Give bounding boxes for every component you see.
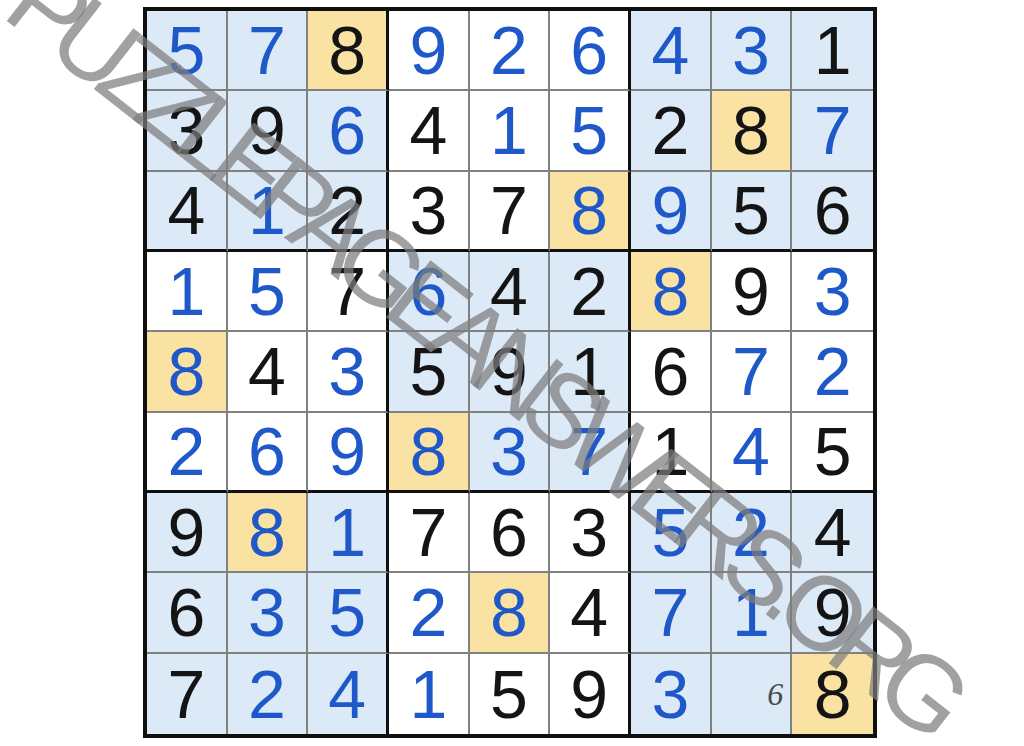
- digit: 1: [328, 498, 366, 566]
- digit: 1: [570, 337, 608, 405]
- digit: 7: [328, 257, 366, 325]
- pencil-mark: 6: [767, 678, 783, 710]
- cell-r5c6[interactable]: 1: [550, 332, 631, 412]
- digit: 8: [814, 660, 852, 728]
- digit: 9: [167, 498, 205, 566]
- cell-r5c9[interactable]: 2: [792, 332, 873, 412]
- digit: 8: [490, 578, 528, 646]
- cell-r4c9[interactable]: 3: [792, 252, 873, 332]
- digit: 6: [328, 96, 366, 164]
- cell-r2c1[interactable]: 3: [147, 91, 228, 171]
- cell-r7c2[interactable]: 8: [228, 493, 309, 573]
- digit: 2: [490, 16, 528, 84]
- cell-r8c9[interactable]: 9: [792, 573, 873, 653]
- cell-r3c1[interactable]: 4: [147, 172, 228, 252]
- cell-r8c1[interactable]: 6: [147, 573, 228, 653]
- cell-r4c8[interactable]: 9: [712, 252, 793, 332]
- cell-r5c7[interactable]: 6: [631, 332, 712, 412]
- cell-r6c6[interactable]: 7: [550, 413, 631, 493]
- digit: 9: [651, 176, 689, 244]
- page: 5789264313964152874123789561576428938435…: [0, 0, 1024, 746]
- digit: 3: [651, 660, 689, 728]
- cell-r6c9[interactable]: 5: [792, 413, 873, 493]
- digit: 9: [570, 660, 608, 728]
- cell-r2c3[interactable]: 6: [308, 91, 389, 171]
- digit: 1: [814, 16, 852, 84]
- digit: 6: [409, 257, 447, 325]
- digit: 3: [732, 16, 770, 84]
- cell-r4c5[interactable]: 4: [470, 252, 551, 332]
- cell-r3c8[interactable]: 5: [712, 172, 793, 252]
- digit: 9: [814, 578, 852, 646]
- cell-r7c9[interactable]: 4: [792, 493, 873, 573]
- cell-r5c5[interactable]: 9: [470, 332, 551, 412]
- cell-r4c7[interactable]: 8: [631, 252, 712, 332]
- digit: 7: [651, 578, 689, 646]
- cell-r2c8[interactable]: 8: [712, 91, 793, 171]
- cell-r7c4[interactable]: 7: [389, 493, 470, 573]
- cell-r2c5[interactable]: 1: [470, 91, 551, 171]
- digit: 7: [732, 337, 770, 405]
- cell-r8c8[interactable]: 1: [712, 573, 793, 653]
- cell-r3c4[interactable]: 3: [389, 172, 470, 252]
- cell-r6c5[interactable]: 3: [470, 413, 551, 493]
- digit: 8: [248, 498, 286, 566]
- digit: 2: [732, 498, 770, 566]
- digit: 5: [167, 16, 205, 84]
- cell-r9c6[interactable]: 9: [550, 654, 631, 734]
- digit: 6: [248, 417, 286, 485]
- cell-r7c5[interactable]: 6: [470, 493, 551, 573]
- digit: 3: [248, 578, 286, 646]
- digit: 9: [490, 337, 528, 405]
- digit: 5: [814, 417, 852, 485]
- cell-r4c4[interactable]: 6: [389, 252, 470, 332]
- digit: 3: [328, 337, 366, 405]
- digit: 2: [570, 257, 608, 325]
- digit: 1: [409, 660, 447, 728]
- digit: 7: [409, 498, 447, 566]
- digit: 8: [732, 96, 770, 164]
- cell-r8c3[interactable]: 5: [308, 573, 389, 653]
- cell-r1c9[interactable]: 1: [792, 11, 873, 91]
- digit: 5: [248, 257, 286, 325]
- cell-r1c4[interactable]: 9: [389, 11, 470, 91]
- digit: 2: [409, 578, 447, 646]
- cell-r1c2[interactable]: 7: [228, 11, 309, 91]
- cell-r5c4[interactable]: 5: [389, 332, 470, 412]
- digit: 4: [167, 176, 205, 244]
- digit: 5: [409, 337, 447, 405]
- cell-r5c2[interactable]: 4: [228, 332, 309, 412]
- cell-r4c2[interactable]: 5: [228, 252, 309, 332]
- digit: 3: [570, 498, 608, 566]
- cell-r8c2[interactable]: 3: [228, 573, 309, 653]
- digit: 6: [167, 578, 205, 646]
- digit: 2: [328, 176, 366, 244]
- digit: 6: [814, 176, 852, 244]
- digit: 1: [651, 417, 689, 485]
- cell-r7c8[interactable]: 2: [712, 493, 793, 573]
- cell-r8c6[interactable]: 4: [550, 573, 631, 653]
- cell-r9c1[interactable]: 7: [147, 654, 228, 734]
- cell-r6c1[interactable]: 2: [147, 413, 228, 493]
- digit: 6: [651, 337, 689, 405]
- digit: 4: [248, 337, 286, 405]
- cell-r6c8[interactable]: 4: [712, 413, 793, 493]
- digit: 1: [248, 176, 286, 244]
- digit: 4: [490, 257, 528, 325]
- digit: 9: [328, 417, 366, 485]
- cell-r9c9[interactable]: 8: [792, 654, 873, 734]
- digit: 1: [490, 96, 528, 164]
- cell-r3c7[interactable]: 9: [631, 172, 712, 252]
- digit: 8: [328, 16, 366, 84]
- cell-r6c3[interactable]: 9: [308, 413, 389, 493]
- cell-r5c1[interactable]: 8: [147, 332, 228, 412]
- cell-r9c4[interactable]: 1: [389, 654, 470, 734]
- cell-r1c1[interactable]: 5: [147, 11, 228, 91]
- digit: 2: [167, 417, 205, 485]
- cell-r9c7[interactable]: 3: [631, 654, 712, 734]
- digit: 1: [167, 257, 205, 325]
- digit: 4: [814, 498, 852, 566]
- digit: 3: [409, 176, 447, 244]
- digit: 8: [409, 417, 447, 485]
- digit: 6: [490, 498, 528, 566]
- cell-r9c3[interactable]: 4: [308, 654, 389, 734]
- digit: 5: [490, 660, 528, 728]
- digit: 4: [328, 660, 366, 728]
- digit: 7: [570, 417, 608, 485]
- cell-r8c7[interactable]: 7: [631, 573, 712, 653]
- cell-r6c2[interactable]: 6: [228, 413, 309, 493]
- digit: 8: [570, 176, 608, 244]
- cell-r3c6[interactable]: 8: [550, 172, 631, 252]
- digit: 7: [490, 176, 528, 244]
- digit: 7: [814, 96, 852, 164]
- digit: 5: [651, 498, 689, 566]
- digit: 4: [570, 578, 608, 646]
- digit: 7: [167, 660, 205, 728]
- digit: 9: [409, 16, 447, 84]
- cell-r4c1[interactable]: 1: [147, 252, 228, 332]
- sudoku-board: 5789264313964152874123789561576428938435…: [143, 7, 877, 738]
- cell-r9c5[interactable]: 5: [470, 654, 551, 734]
- cell-r1c8[interactable]: 3: [712, 11, 793, 91]
- digit: 4: [651, 16, 689, 84]
- cell-r2c6[interactable]: 5: [550, 91, 631, 171]
- digit: 3: [490, 417, 528, 485]
- digit: 4: [409, 96, 447, 164]
- digit: 9: [248, 96, 286, 164]
- cell-r3c2[interactable]: 1: [228, 172, 309, 252]
- cell-r3c3[interactable]: 2: [308, 172, 389, 252]
- cell-r7c7[interactable]: 5: [631, 493, 712, 573]
- cell-r7c6[interactable]: 3: [550, 493, 631, 573]
- cell-r7c1[interactable]: 9: [147, 493, 228, 573]
- cell-r2c4[interactable]: 4: [389, 91, 470, 171]
- cell-r2c7[interactable]: 2: [631, 91, 712, 171]
- digit: 8: [651, 257, 689, 325]
- cell-r6c7[interactable]: 1: [631, 413, 712, 493]
- cell-r3c9[interactable]: 6: [792, 172, 873, 252]
- cell-r9c8[interactable]: 6: [712, 654, 793, 734]
- digit: 2: [248, 660, 286, 728]
- digit: 1: [732, 578, 770, 646]
- digit: 3: [167, 96, 205, 164]
- cell-r8c4[interactable]: 2: [389, 573, 470, 653]
- digit: 9: [732, 257, 770, 325]
- digit: 5: [732, 176, 770, 244]
- cell-r1c5[interactable]: 2: [470, 11, 551, 91]
- cell-r4c6[interactable]: 2: [550, 252, 631, 332]
- cell-r3c5[interactable]: 7: [470, 172, 551, 252]
- cell-r4c3[interactable]: 7: [308, 252, 389, 332]
- digit: 8: [167, 337, 205, 405]
- digit: 6: [570, 16, 608, 84]
- cell-r2c9[interactable]: 7: [792, 91, 873, 171]
- cell-r9c2[interactable]: 2: [228, 654, 309, 734]
- cell-r7c3[interactable]: 1: [308, 493, 389, 573]
- digit: 2: [814, 337, 852, 405]
- digit: 3: [814, 257, 852, 325]
- cell-r2c2[interactable]: 9: [228, 91, 309, 171]
- cell-r6c4[interactable]: 8: [389, 413, 470, 493]
- cell-r5c8[interactable]: 7: [712, 332, 793, 412]
- cell-r1c7[interactable]: 4: [631, 11, 712, 91]
- digit: 5: [328, 578, 366, 646]
- cell-r8c5[interactable]: 8: [470, 573, 551, 653]
- digit: 7: [248, 16, 286, 84]
- digit: 4: [732, 417, 770, 485]
- digit: 2: [651, 96, 689, 164]
- digit: 5: [570, 96, 608, 164]
- cell-r1c6[interactable]: 6: [550, 11, 631, 91]
- cell-r5c3[interactable]: 3: [308, 332, 389, 412]
- cell-r1c3[interactable]: 8: [308, 11, 389, 91]
